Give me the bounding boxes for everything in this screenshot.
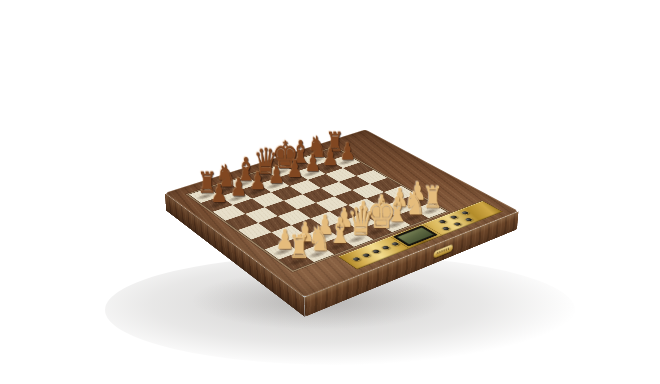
black-pawn-g7[interactable]: ♟: [320, 146, 340, 168]
black-pawn-a7[interactable]: ♟: [208, 182, 230, 206]
white-knight-b1[interactable]: ♞: [308, 223, 331, 255]
panel-button-right-1[interactable]: [437, 219, 448, 224]
chess-computer-3d: ♜♞♝♛♚♝♞♜♟♟♟♟♟♟♟♟♟♟♟♟♟♟♟♟♜♞♝♛♚♝♞♜: [165, 129, 519, 297]
panel-button-right-3[interactable]: [460, 210, 471, 215]
chess-computer: ♜♞♝♛♚♝♞♜♟♟♟♟♟♟♟♟♟♟♟♟♟♟♟♟♜♞♝♛♚♝♞♜: [209, 80, 468, 324]
panel-button-right-4[interactable]: [440, 226, 451, 231]
panel-button-right-2[interactable]: [448, 215, 459, 220]
panel-button-right-5[interactable]: [452, 221, 463, 226]
panel-button-left-4[interactable]: [380, 245, 391, 251]
black-pawn-d7[interactable]: ♟: [266, 164, 287, 187]
panel-button-right-6[interactable]: [463, 217, 474, 222]
panel-button-left-2[interactable]: [361, 252, 372, 258]
product-photo-scene: ♜♞♝♛♚♝♞♜♟♟♟♟♟♟♟♟♟♟♟♟♟♟♟♟♜♞♝♛♚♝♞♜: [0, 0, 660, 384]
black-pawn-f7[interactable]: ♟: [303, 152, 324, 175]
panel-button-left-3[interactable]: [370, 249, 381, 255]
brand-badge-text-mark: [437, 247, 450, 255]
lcd-screen: [397, 227, 434, 244]
white-bishop-c1[interactable]: ♝: [328, 214, 351, 248]
panel-button-left-1[interactable]: [351, 256, 362, 262]
brand-badge: [433, 243, 453, 258]
black-pawn-e7[interactable]: ♟: [284, 158, 305, 181]
black-pawn-b7[interactable]: ♟: [228, 176, 249, 200]
black-pawn-c7[interactable]: ♟: [247, 170, 268, 193]
white-rook-a1[interactable]: ♜: [287, 233, 311, 263]
board-frame: ♜♞♝♛♚♝♞♜♟♟♟♟♟♟♟♟♟♟♟♟♟♟♟♟♜♞♝♛♚♝♞♜: [165, 129, 519, 297]
